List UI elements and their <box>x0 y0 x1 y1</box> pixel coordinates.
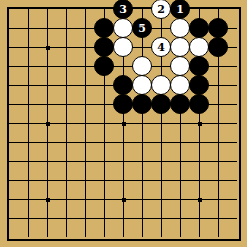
stone-white[interactable] <box>170 56 190 76</box>
stone-black[interactable] <box>170 94 190 114</box>
move-number: 1 <box>176 4 184 15</box>
move-number: 4 <box>157 42 165 53</box>
stone-black[interactable] <box>189 56 209 76</box>
stone-white[interactable] <box>170 75 190 95</box>
stone-white[interactable] <box>113 18 133 38</box>
stone-white[interactable] <box>113 37 133 57</box>
stone-white[interactable] <box>132 75 152 95</box>
star-point <box>122 198 126 202</box>
move-number: 5 <box>138 23 146 34</box>
star-point <box>46 122 50 126</box>
stone-white[interactable]: 2 <box>151 0 171 19</box>
stone-black[interactable]: 3 <box>113 0 133 19</box>
star-point <box>198 122 202 126</box>
move-number: 2 <box>157 4 165 15</box>
grid-line-horizontal <box>9 161 237 162</box>
stone-white[interactable] <box>151 75 171 95</box>
stone-black[interactable] <box>94 56 114 76</box>
star-point <box>198 198 202 202</box>
go-diagram: 32154 <box>0 0 247 247</box>
stone-black[interactable] <box>113 94 133 114</box>
stone-black[interactable] <box>151 94 171 114</box>
stone-black[interactable]: 1 <box>170 0 190 19</box>
stone-white[interactable] <box>170 18 190 38</box>
stone-black[interactable] <box>189 75 209 95</box>
star-point <box>122 122 126 126</box>
stone-white[interactable]: 4 <box>151 37 171 57</box>
stone-black[interactable] <box>94 37 114 57</box>
star-point <box>46 46 50 50</box>
stone-white[interactable] <box>132 56 152 76</box>
stone-black[interactable] <box>94 18 114 38</box>
stone-black[interactable] <box>208 37 228 57</box>
stone-black[interactable] <box>189 94 209 114</box>
stone-white[interactable] <box>189 37 209 57</box>
stone-black[interactable] <box>113 75 133 95</box>
star-point <box>46 198 50 202</box>
grid-line-vertical <box>142 9 143 237</box>
stone-black[interactable] <box>189 18 209 38</box>
stone-black[interactable] <box>208 18 228 38</box>
stone-black[interactable]: 5 <box>132 18 152 38</box>
stone-white[interactable] <box>170 37 190 57</box>
stone-black[interactable] <box>132 94 152 114</box>
grid-line-horizontal <box>9 142 237 143</box>
grid-line-horizontal <box>9 180 237 181</box>
grid-line-horizontal <box>9 218 237 219</box>
move-number: 3 <box>119 4 127 15</box>
